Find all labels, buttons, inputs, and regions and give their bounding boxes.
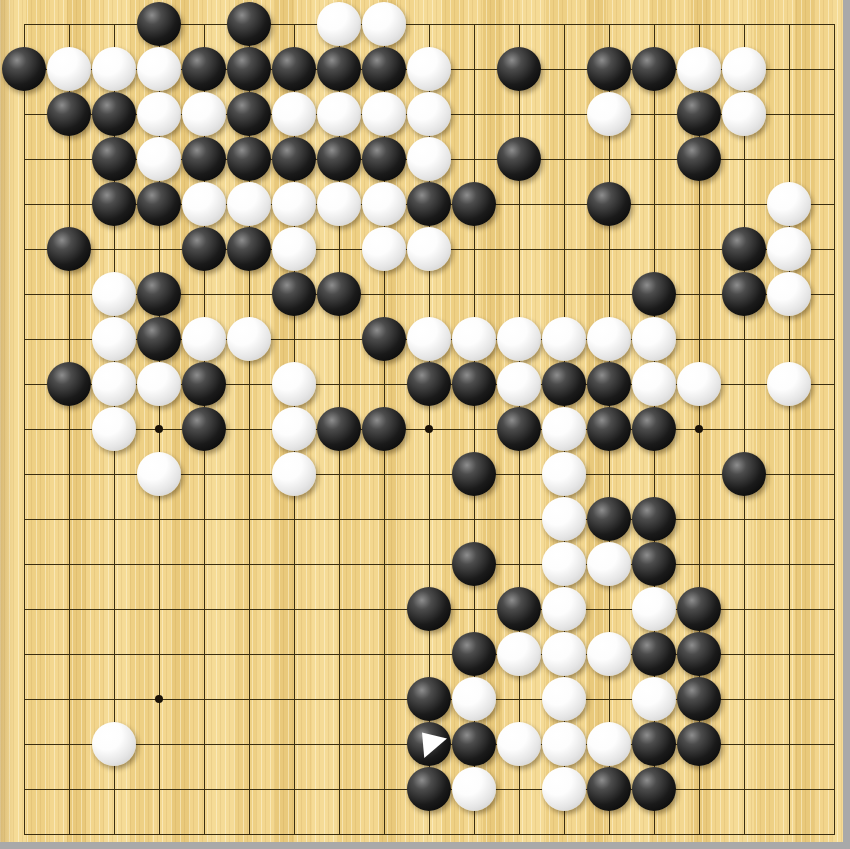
stone-black	[497, 407, 541, 451]
stone-white	[452, 677, 496, 721]
stone-black	[497, 47, 541, 91]
stone-black	[542, 362, 586, 406]
stone-white	[272, 92, 316, 136]
stone-black	[452, 182, 496, 226]
stone-white	[92, 47, 136, 91]
stone-black	[677, 632, 721, 676]
stone-white	[542, 452, 586, 496]
stone-white	[362, 92, 406, 136]
stone-white	[542, 542, 586, 586]
stone-black	[677, 92, 721, 136]
stone-black	[182, 362, 226, 406]
stone-black	[137, 272, 181, 316]
stone-black	[677, 137, 721, 181]
stone-white	[632, 362, 676, 406]
stone-white	[407, 92, 451, 136]
stone-white	[767, 362, 811, 406]
stone-white	[137, 137, 181, 181]
stone-black	[227, 47, 271, 91]
stone-black	[92, 182, 136, 226]
stone-white	[767, 182, 811, 226]
stone-black	[272, 137, 316, 181]
stone-white	[587, 722, 631, 766]
stone-black	[587, 182, 631, 226]
window-background-right	[843, 0, 850, 849]
stone-white	[542, 587, 586, 631]
stone-black	[587, 767, 631, 811]
stone-black	[722, 272, 766, 316]
go-board[interactable]	[0, 0, 843, 842]
stone-black	[632, 272, 676, 316]
stone-black	[497, 137, 541, 181]
stone-black	[677, 587, 721, 631]
stone-black	[587, 497, 631, 541]
stone-white	[587, 632, 631, 676]
stone-black	[587, 47, 631, 91]
stone-white	[497, 362, 541, 406]
stone-white	[272, 407, 316, 451]
stone-black	[317, 272, 361, 316]
stone-white	[542, 317, 586, 361]
stone-white	[542, 767, 586, 811]
stone-white	[407, 137, 451, 181]
go-app-window	[0, 0, 850, 849]
stone-black	[632, 497, 676, 541]
stone-black	[227, 2, 271, 46]
stone-black	[182, 227, 226, 271]
stone-white	[452, 317, 496, 361]
stone-black	[182, 47, 226, 91]
stone-white	[407, 47, 451, 91]
stone-white	[317, 182, 361, 226]
stone-black	[362, 47, 406, 91]
stone-white	[182, 182, 226, 226]
stone-white	[542, 407, 586, 451]
stone-white	[137, 452, 181, 496]
stone-white	[272, 452, 316, 496]
stone-white	[92, 407, 136, 451]
stone-black	[137, 2, 181, 46]
stone-white	[47, 47, 91, 91]
stone-white	[542, 497, 586, 541]
stone-white	[362, 2, 406, 46]
stone-white	[632, 317, 676, 361]
stone-black	[452, 542, 496, 586]
stone-black	[452, 722, 496, 766]
stone-black	[407, 677, 451, 721]
stone-white	[587, 542, 631, 586]
stone-white	[542, 722, 586, 766]
stone-black	[47, 92, 91, 136]
window-background-bottom	[0, 842, 850, 849]
stone-white	[272, 362, 316, 406]
stone-black	[227, 227, 271, 271]
stone-white	[362, 182, 406, 226]
stone-white	[317, 2, 361, 46]
stone-black	[722, 452, 766, 496]
stone-black	[2, 47, 46, 91]
stone-white	[497, 632, 541, 676]
stone-white	[272, 182, 316, 226]
stone-black	[362, 137, 406, 181]
stone-black	[272, 47, 316, 91]
stone-white	[677, 362, 721, 406]
stone-white	[137, 362, 181, 406]
stone-white	[227, 182, 271, 226]
star-point	[425, 425, 433, 433]
stone-black	[272, 272, 316, 316]
stone-white	[182, 92, 226, 136]
stone-black	[452, 632, 496, 676]
stone-black	[677, 677, 721, 721]
stone-black	[677, 722, 721, 766]
stone-black	[587, 362, 631, 406]
stone-black	[632, 767, 676, 811]
stone-black	[47, 362, 91, 406]
stone-white	[137, 92, 181, 136]
stone-white	[92, 317, 136, 361]
stone-black	[182, 137, 226, 181]
stone-white	[227, 317, 271, 361]
stone-black	[317, 47, 361, 91]
stone-black	[452, 362, 496, 406]
stone-black	[632, 722, 676, 766]
star-point	[155, 425, 163, 433]
stone-white	[542, 632, 586, 676]
stone-black	[137, 182, 181, 226]
stone-black	[452, 452, 496, 496]
stone-white	[137, 47, 181, 91]
star-point	[695, 425, 703, 433]
stone-white	[317, 92, 361, 136]
stone-black	[407, 362, 451, 406]
stone-black	[722, 227, 766, 271]
stone-white	[722, 92, 766, 136]
stone-white	[722, 47, 766, 91]
stone-black	[407, 587, 451, 631]
stone-black	[317, 407, 361, 451]
stone-black	[632, 47, 676, 91]
stone-black	[227, 92, 271, 136]
stone-white	[407, 227, 451, 271]
stone-white	[767, 227, 811, 271]
stone-white	[497, 317, 541, 361]
stone-white	[92, 272, 136, 316]
stone-white	[767, 272, 811, 316]
star-point	[155, 695, 163, 703]
stone-white	[92, 722, 136, 766]
stone-white	[587, 317, 631, 361]
stone-white	[632, 587, 676, 631]
stone-black	[227, 137, 271, 181]
stone-white	[542, 677, 586, 721]
stone-black	[182, 407, 226, 451]
stone-black	[632, 542, 676, 586]
stone-white	[407, 317, 451, 361]
stone-black	[407, 182, 451, 226]
stone-black	[317, 137, 361, 181]
stone-black	[137, 317, 181, 361]
stone-black	[407, 767, 451, 811]
stone-black	[632, 407, 676, 451]
stone-black	[47, 227, 91, 271]
stone-black	[362, 317, 406, 361]
stone-black	[632, 632, 676, 676]
stone-white	[632, 677, 676, 721]
stone-black	[497, 587, 541, 631]
stone-black	[92, 137, 136, 181]
stone-black	[92, 92, 136, 136]
stone-white	[497, 722, 541, 766]
stone-white	[362, 227, 406, 271]
stone-white	[272, 227, 316, 271]
stone-white	[677, 47, 721, 91]
stone-white	[587, 92, 631, 136]
stone-white	[182, 317, 226, 361]
stone-black	[362, 407, 406, 451]
stone-black	[587, 407, 631, 451]
stone-white	[92, 362, 136, 406]
stone-white	[452, 767, 496, 811]
